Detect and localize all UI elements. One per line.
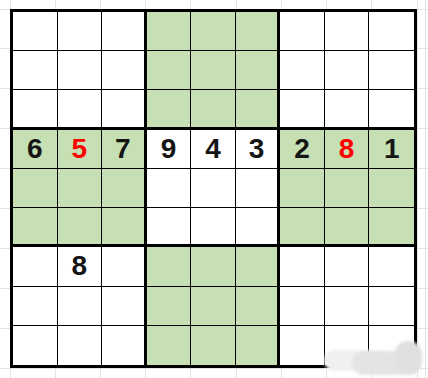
cell-r8c4[interactable] — [147, 287, 192, 326]
cell-r6c1[interactable] — [13, 208, 58, 247]
cell-r2c8[interactable] — [325, 51, 370, 90]
cell-r8c7[interactable] — [280, 287, 325, 326]
cell-r5c5[interactable] — [191, 169, 236, 208]
cell-r7c3[interactable] — [102, 247, 147, 286]
smudge-blob — [395, 341, 422, 375]
cell-r7c9[interactable] — [369, 247, 414, 286]
cell-r8c1[interactable] — [13, 287, 58, 326]
cell-r4c9[interactable]: 1 — [369, 130, 414, 169]
cell-r3c6[interactable] — [236, 90, 281, 129]
cell-r8c9[interactable] — [369, 287, 414, 326]
cell-r5c9[interactable] — [369, 169, 414, 208]
cell-r8c3[interactable] — [102, 287, 147, 326]
cell-r1c5[interactable] — [191, 12, 236, 51]
cell-r2c5[interactable] — [191, 51, 236, 90]
cell-r5c3[interactable] — [102, 169, 147, 208]
cell-r6c2[interactable] — [58, 208, 103, 247]
cell-r9c3[interactable] — [102, 326, 147, 365]
cell-r6c9[interactable] — [369, 208, 414, 247]
cell-r7c2[interactable]: 8 — [58, 247, 103, 286]
cell-r4c8[interactable]: 8 — [325, 130, 370, 169]
cell-r9c2[interactable] — [58, 326, 103, 365]
cell-r1c3[interactable] — [102, 12, 147, 51]
faint-gridline — [425, 0, 426, 378]
cell-r1c1[interactable] — [13, 12, 58, 51]
cell-r3c3[interactable] — [102, 90, 147, 129]
cell-r1c2[interactable] — [58, 12, 103, 51]
cell-r3c4[interactable] — [147, 90, 192, 129]
faint-gridline — [417, 0, 418, 378]
cell-r9c7[interactable] — [280, 326, 325, 365]
cell-r5c2[interactable] — [58, 169, 103, 208]
cell-r2c9[interactable] — [369, 51, 414, 90]
cell-r5c1[interactable] — [13, 169, 58, 208]
cell-r4c1[interactable]: 6 — [13, 130, 58, 169]
cell-r4c6[interactable]: 3 — [236, 130, 281, 169]
cell-r6c6[interactable] — [236, 208, 281, 247]
cell-r5c4[interactable] — [147, 169, 192, 208]
cell-r3c2[interactable] — [58, 90, 103, 129]
cell-r6c3[interactable] — [102, 208, 147, 247]
cell-r2c7[interactable] — [280, 51, 325, 90]
cell-r4c4[interactable]: 9 — [147, 130, 192, 169]
cell-r1c7[interactable] — [280, 12, 325, 51]
cell-r6c5[interactable] — [191, 208, 236, 247]
cell-r8c5[interactable] — [191, 287, 236, 326]
cell-r7c5[interactable] — [191, 247, 236, 286]
cell-r2c4[interactable] — [147, 51, 192, 90]
cell-r7c7[interactable] — [280, 247, 325, 286]
cell-r5c8[interactable] — [325, 169, 370, 208]
cell-r2c2[interactable] — [58, 51, 103, 90]
cell-r1c9[interactable] — [369, 12, 414, 51]
cell-r8c6[interactable] — [236, 287, 281, 326]
cell-r1c4[interactable] — [147, 12, 192, 51]
cell-r7c1[interactable] — [13, 247, 58, 286]
cell-r6c7[interactable] — [280, 208, 325, 247]
cell-r3c1[interactable] — [13, 90, 58, 129]
cell-r1c8[interactable] — [325, 12, 370, 51]
cell-r3c5[interactable] — [191, 90, 236, 129]
cell-r4c5[interactable]: 4 — [191, 130, 236, 169]
cell-r6c8[interactable] — [325, 208, 370, 247]
cell-r9c5[interactable] — [191, 326, 236, 365]
cell-r8c8[interactable] — [325, 287, 370, 326]
cell-r3c8[interactable] — [325, 90, 370, 129]
cell-r9c6[interactable] — [236, 326, 281, 365]
cell-r2c1[interactable] — [13, 51, 58, 90]
cell-r8c2[interactable] — [58, 287, 103, 326]
cell-r3c9[interactable] — [369, 90, 414, 129]
cell-r4c3[interactable]: 7 — [102, 130, 147, 169]
cell-r1c6[interactable] — [236, 12, 281, 51]
cell-r2c3[interactable] — [102, 51, 147, 90]
cell-r6c4[interactable] — [147, 208, 192, 247]
cell-r9c4[interactable] — [147, 326, 192, 365]
cell-r5c6[interactable] — [236, 169, 281, 208]
cell-r5c7[interactable] — [280, 169, 325, 208]
cell-r4c2[interactable]: 5 — [58, 130, 103, 169]
cell-r4c7[interactable]: 2 — [280, 130, 325, 169]
cell-r9c1[interactable] — [13, 326, 58, 365]
cell-r2c6[interactable] — [236, 51, 281, 90]
cell-r3c7[interactable] — [280, 90, 325, 129]
cell-r7c8[interactable] — [325, 247, 370, 286]
cell-r7c6[interactable] — [236, 247, 281, 286]
cell-r7c4[interactable] — [147, 247, 192, 286]
sudoku-board: 6579432818 — [10, 9, 417, 368]
